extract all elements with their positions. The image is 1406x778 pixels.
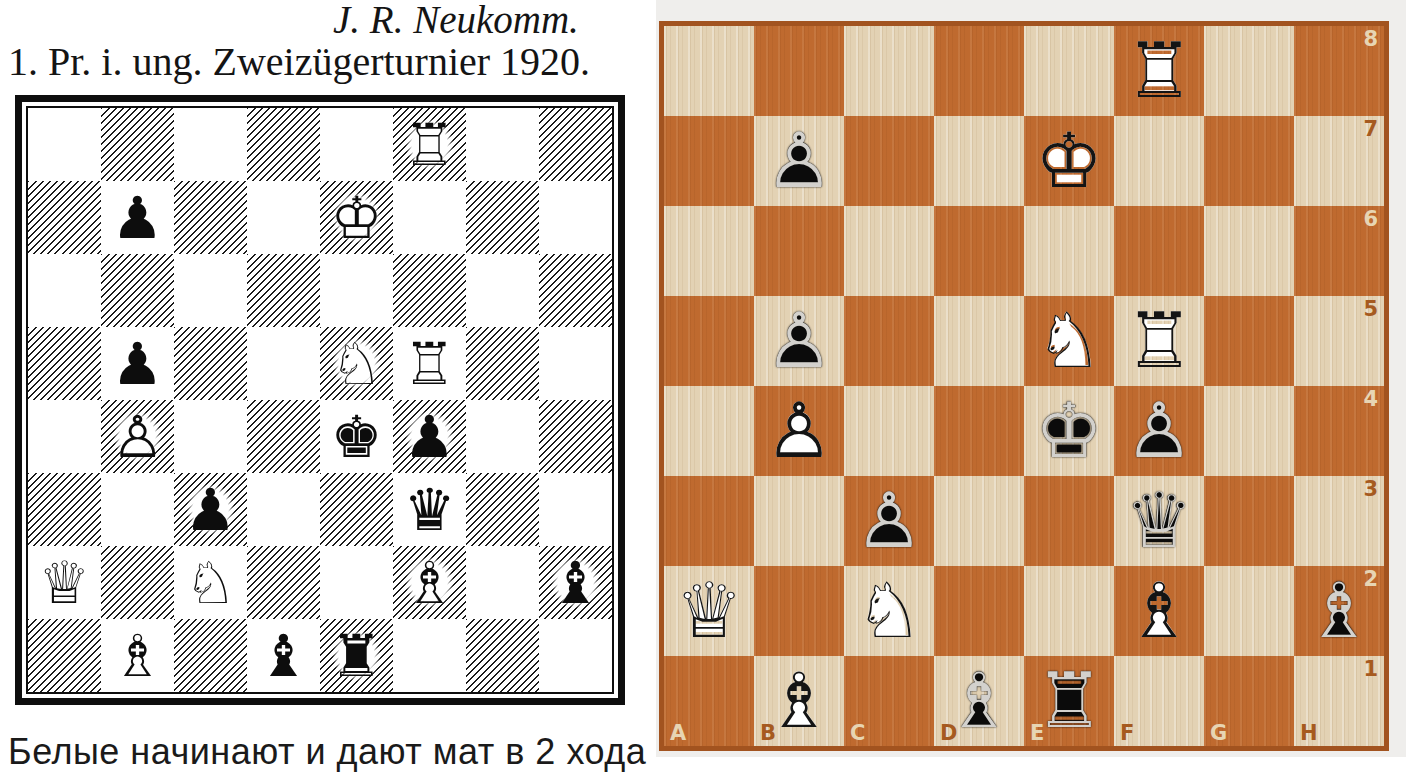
piece-white-rook-f5: ♜♖ [1114, 296, 1204, 386]
square-b8[interactable] [754, 26, 844, 116]
vintage-square-a6 [28, 254, 101, 327]
vintage-square-b7: ♟ [101, 181, 174, 254]
square-b3[interactable] [754, 476, 844, 566]
square-g4[interactable] [1204, 386, 1294, 476]
vintage-piece-black-rook-e1: ♜ [331, 627, 383, 685]
vintage-square-g7 [466, 181, 539, 254]
square-e5[interactable]: ♞♘ [1024, 296, 1114, 386]
piece-black-pawn-b7: ♟♙ [754, 116, 844, 206]
vintage-square-g4 [466, 400, 539, 473]
piece-outline: ♗ [934, 656, 1024, 746]
square-c6[interactable] [844, 206, 934, 296]
vintage-piece-white-knight-e5: ♘ [331, 335, 383, 393]
vintage-diagram-frame: ♖♟♔♟♘♖♙♚♟♟♛♕♘♗♝♗♝♜ [15, 95, 625, 705]
vintage-square-h2: ♝ [539, 546, 612, 619]
piece-outline: ♙ [844, 476, 934, 566]
vintage-square-e1: ♜ [320, 619, 393, 692]
square-e7[interactable]: ♚♔ [1024, 116, 1114, 206]
vintage-square-a1 [28, 619, 101, 692]
square-d3[interactable] [934, 476, 1024, 566]
square-b5[interactable]: ♟♙ [754, 296, 844, 386]
rank-label-7: 7 [1363, 117, 1378, 142]
piece-black-pawn-c3: ♟♙ [844, 476, 934, 566]
piece-outline: ♙ [754, 386, 844, 476]
vintage-square-b2 [101, 546, 174, 619]
square-d7[interactable] [934, 116, 1024, 206]
square-f7[interactable] [1114, 116, 1204, 206]
vintage-square-h8 [539, 108, 612, 181]
square-d5[interactable] [934, 296, 1024, 386]
piece-white-bishop-f2: ♝♗ [1114, 566, 1204, 656]
vintage-piece-white-queen-a2: ♕ [39, 554, 91, 612]
square-e6[interactable] [1024, 206, 1114, 296]
piece-outline: ♔ [1024, 386, 1114, 476]
file-label-h: H [1300, 721, 1318, 746]
square-a3[interactable] [664, 476, 754, 566]
piece-outline: ♔ [1024, 116, 1114, 206]
vintage-diagram-board: ♖♟♔♟♘♖♙♚♟♟♛♕♘♗♝♗♝♜ [28, 108, 612, 692]
piece-outline: ♘ [1024, 296, 1114, 386]
square-h5[interactable]: 5 [1294, 296, 1384, 386]
vintage-square-b1: ♗ [101, 619, 174, 692]
piece-outline: ♖ [1114, 296, 1204, 386]
piece-outline: ♕ [1114, 476, 1204, 566]
piece-white-king-e7: ♚♔ [1024, 116, 1114, 206]
rank-label-5: 5 [1363, 297, 1378, 322]
square-e4[interactable]: ♚♔ [1024, 386, 1114, 476]
file-label-c: C [850, 721, 865, 746]
vintage-square-g6 [466, 254, 539, 327]
vintage-square-d1: ♝ [247, 619, 320, 692]
vintage-square-b4: ♙ [101, 400, 174, 473]
square-b2[interactable] [754, 566, 844, 656]
square-e2[interactable] [1024, 566, 1114, 656]
vintage-piece-white-knight-c2: ♘ [185, 554, 237, 612]
stipulation-caption: Белые начинают и дают мат в 2 хода [8, 731, 646, 773]
vintage-square-e4: ♚ [320, 400, 393, 473]
vintage-square-a3 [28, 473, 101, 546]
vintage-square-c1 [174, 619, 247, 692]
vintage-diagram-inner-frame: ♖♟♔♟♘♖♙♚♟♟♛♕♘♗♝♗♝♜ [26, 106, 614, 694]
piece-black-bishop-d1: ♝♗ [934, 656, 1024, 746]
vintage-piece-white-bishop-b1: ♗ [112, 627, 164, 685]
vintage-square-b8 [101, 108, 174, 181]
piece-outline: ♖ [1114, 26, 1204, 116]
square-f2[interactable]: ♝♗ [1114, 566, 1204, 656]
vintage-square-c6 [174, 254, 247, 327]
piece-outline: ♙ [754, 296, 844, 386]
vintage-square-d6 [247, 254, 320, 327]
square-d8[interactable] [934, 26, 1024, 116]
square-b4[interactable]: ♟♙ [754, 386, 844, 476]
square-a1[interactable]: A [664, 656, 754, 746]
vintage-square-h1 [539, 619, 612, 692]
vintage-square-c5 [174, 327, 247, 400]
rank-label-6: 6 [1363, 207, 1378, 232]
vintage-square-g8 [466, 108, 539, 181]
piece-outline: ♗ [1114, 566, 1204, 656]
vintage-square-a5 [28, 327, 101, 400]
vintage-square-g3 [466, 473, 539, 546]
vintage-square-h4 [539, 400, 612, 473]
vintage-piece-black-pawn-b5: ♟ [112, 335, 164, 393]
vintage-piece-black-king-e4: ♚ [331, 408, 383, 466]
square-d2[interactable] [934, 566, 1024, 656]
vintage-square-c8 [174, 108, 247, 181]
vintage-square-b3 [101, 473, 174, 546]
piece-outline: ♙ [1114, 386, 1204, 476]
piece-white-pawn-b4: ♟♙ [754, 386, 844, 476]
piece-outline: ♘ [844, 566, 934, 656]
piece-black-pawn-b5: ♟♙ [754, 296, 844, 386]
square-g2[interactable] [1204, 566, 1294, 656]
vintage-piece-white-rook-f8: ♖ [404, 116, 456, 174]
vintage-square-e5: ♘ [320, 327, 393, 400]
square-h3[interactable]: 3 [1294, 476, 1384, 566]
rank-label-3: 3 [1363, 477, 1378, 502]
vintage-square-c2: ♘ [174, 546, 247, 619]
square-a7[interactable] [664, 116, 754, 206]
file-label-g: G [1210, 721, 1227, 746]
vintage-square-a7 [28, 181, 101, 254]
file-label-f: F [1120, 721, 1134, 746]
vintage-square-e7: ♔ [320, 181, 393, 254]
piece-black-pawn-f4: ♟♙ [1114, 386, 1204, 476]
vintage-square-g2 [466, 546, 539, 619]
vintage-square-h7 [539, 181, 612, 254]
wood-board-frame: ♜♖8♟♙♚♔76♟♙♞♘♜♖5♟♙♚♔♟♙4♟♙♛♕3♛♕♞♘♝♗2♝♗AB♝… [659, 21, 1389, 751]
square-f3[interactable]: ♛♕ [1114, 476, 1204, 566]
rank-label-8: 8 [1363, 27, 1378, 52]
vintage-square-f4: ♟ [393, 400, 466, 473]
square-g5[interactable] [1204, 296, 1294, 386]
square-c3[interactable]: ♟♙ [844, 476, 934, 566]
square-h4[interactable]: 4 [1294, 386, 1384, 476]
vintage-square-f5: ♖ [393, 327, 466, 400]
vintage-square-c3: ♟ [174, 473, 247, 546]
square-d6[interactable] [934, 206, 1024, 296]
square-b6[interactable] [754, 206, 844, 296]
square-a6[interactable] [664, 206, 754, 296]
square-g7[interactable] [1204, 116, 1294, 206]
square-e3[interactable] [1024, 476, 1114, 566]
vintage-square-g5 [466, 327, 539, 400]
vintage-square-a4 [28, 400, 101, 473]
vintage-square-f2: ♗ [393, 546, 466, 619]
square-a4[interactable] [664, 386, 754, 476]
vintage-square-c7 [174, 181, 247, 254]
vintage-square-h6 [539, 254, 612, 327]
piece-black-bishop-h2: ♝♗ [1294, 566, 1384, 656]
page: { "game": "chess", "position": { "fen": … [0, 0, 1406, 778]
vintage-square-d8 [247, 108, 320, 181]
vintage-square-b6 [101, 254, 174, 327]
square-g6[interactable] [1204, 206, 1294, 296]
vintage-piece-white-bishop-f2: ♗ [404, 554, 456, 612]
square-a5[interactable] [664, 296, 754, 386]
square-c4[interactable] [844, 386, 934, 476]
vintage-square-f1 [393, 619, 466, 692]
vintage-piece-black-pawn-b7: ♟ [112, 189, 164, 247]
square-c5[interactable] [844, 296, 934, 386]
problem-author: J. R. Neukomm. [333, 0, 579, 41]
square-h7[interactable]: 7 [1294, 116, 1384, 206]
piece-outline: ♕ [664, 566, 754, 656]
square-e8[interactable] [1024, 26, 1114, 116]
square-h8[interactable]: 8 [1294, 26, 1384, 116]
vintage-piece-black-pawn-c3: ♟ [185, 481, 237, 539]
square-g8[interactable] [1204, 26, 1294, 116]
vintage-square-b5: ♟ [101, 327, 174, 400]
vintage-piece-white-pawn-b4: ♙ [112, 408, 164, 466]
vintage-square-d3 [247, 473, 320, 546]
vintage-square-d7 [247, 181, 320, 254]
piece-outline: ♙ [754, 116, 844, 206]
vintage-square-f7 [393, 181, 466, 254]
vintage-square-d4 [247, 400, 320, 473]
piece-white-knight-e5: ♞♘ [1024, 296, 1114, 386]
square-g1[interactable]: G [1204, 656, 1294, 746]
vintage-piece-black-bishop-h2: ♝ [550, 554, 602, 612]
vintage-piece-black-pawn-f4: ♟ [404, 408, 456, 466]
piece-white-queen-a2: ♛♕ [664, 566, 754, 656]
square-f4[interactable]: ♟♙ [1114, 386, 1204, 476]
square-c2[interactable]: ♞♘ [844, 566, 934, 656]
square-f1[interactable]: F [1114, 656, 1204, 746]
square-c7[interactable] [844, 116, 934, 206]
file-label-a: A [670, 721, 686, 746]
vintage-piece-black-bishop-d1: ♝ [258, 627, 310, 685]
square-e1[interactable]: E♜♖ [1024, 656, 1114, 746]
piece-outline: ♖ [1024, 656, 1114, 746]
vintage-square-f8: ♖ [393, 108, 466, 181]
square-g3[interactable] [1204, 476, 1294, 566]
piece-white-bishop-b1: ♝♗ [754, 656, 844, 746]
square-h6[interactable]: 6 [1294, 206, 1384, 296]
piece-outline: ♗ [1294, 566, 1384, 656]
piece-white-rook-f8: ♜♖ [1114, 26, 1204, 116]
vintage-piece-black-queen-f3: ♛ [404, 481, 456, 539]
square-f6[interactable] [1114, 206, 1204, 296]
piece-black-rook-e1: ♜♖ [1024, 656, 1114, 746]
vintage-square-c4 [174, 400, 247, 473]
square-a8[interactable] [664, 26, 754, 116]
vintage-square-f6 [393, 254, 466, 327]
square-d4[interactable] [934, 386, 1024, 476]
square-h2[interactable]: 2♝♗ [1294, 566, 1384, 656]
square-f8[interactable]: ♜♖ [1114, 26, 1204, 116]
square-b7[interactable]: ♟♙ [754, 116, 844, 206]
vintage-square-f3: ♛ [393, 473, 466, 546]
vintage-square-d5 [247, 327, 320, 400]
square-h1[interactable]: H1 [1294, 656, 1384, 746]
square-b1[interactable]: B♝♗ [754, 656, 844, 746]
vintage-square-a2: ♕ [28, 546, 101, 619]
vintage-square-e6 [320, 254, 393, 327]
square-c1[interactable]: C [844, 656, 934, 746]
problem-source: 1. Pr. i. ung. Zweizügerturnier 1920. [8, 41, 590, 83]
rank-label-4: 4 [1363, 387, 1378, 412]
vintage-square-h3 [539, 473, 612, 546]
vintage-piece-white-king-e7: ♔ [331, 189, 383, 247]
square-c8[interactable] [844, 26, 934, 116]
vintage-square-e3 [320, 473, 393, 546]
vintage-square-e8 [320, 108, 393, 181]
vintage-square-g1 [466, 619, 539, 692]
vintage-square-d2 [247, 546, 320, 619]
vintage-piece-white-rook-f5: ♖ [404, 335, 456, 393]
vintage-square-h5 [539, 327, 612, 400]
wood-board: ♜♖8♟♙♚♔76♟♙♞♘♜♖5♟♙♚♔♟♙4♟♙♛♕3♛♕♞♘♝♗2♝♗AB♝… [664, 26, 1384, 746]
wood-board-background: ♜♖8♟♙♚♔76♟♙♞♘♜♖5♟♙♚♔♟♙4♟♙♛♕3♛♕♞♘♝♗2♝♗AB♝… [656, 0, 1406, 757]
piece-white-knight-c2: ♞♘ [844, 566, 934, 656]
square-a2[interactable]: ♛♕ [664, 566, 754, 656]
square-d1[interactable]: D♝♗ [934, 656, 1024, 746]
vintage-square-a8 [28, 108, 101, 181]
piece-black-king-e4: ♚♔ [1024, 386, 1114, 476]
vintage-square-e2 [320, 546, 393, 619]
rank-label-1: 1 [1363, 657, 1378, 682]
square-f5[interactable]: ♜♖ [1114, 296, 1204, 386]
piece-black-queen-f3: ♛♕ [1114, 476, 1204, 566]
piece-outline: ♗ [754, 656, 844, 746]
